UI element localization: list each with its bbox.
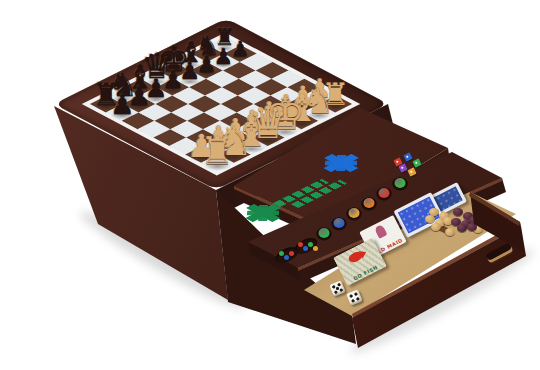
piece-shadow bbox=[181, 62, 200, 68]
product-photo-wooden-game-box: OLD MAID GO FISH ♜♞♝♛♚♝♞♜♟♟♟♟♟♟♟♟♟♟♟♟♟♟♟… bbox=[0, 0, 540, 370]
piece-shadow bbox=[112, 95, 134, 102]
game-token bbox=[364, 198, 375, 208]
old-maid-figure bbox=[374, 224, 387, 239]
small-game-piece bbox=[313, 246, 318, 251]
piece-shadow bbox=[231, 54, 249, 60]
piece-shadow bbox=[204, 161, 232, 170]
piece-shadow bbox=[147, 79, 167, 85]
piece-shadow bbox=[257, 120, 281, 128]
piece-shadow bbox=[240, 128, 265, 136]
piece-shadow bbox=[205, 145, 231, 153]
piece-shadow bbox=[214, 62, 233, 68]
game-token bbox=[334, 218, 345, 228]
piece-shadow bbox=[307, 112, 330, 119]
small-game-piece bbox=[303, 246, 308, 251]
piece-shadow bbox=[130, 87, 151, 94]
piece-shadow bbox=[290, 120, 314, 128]
piece-shadow bbox=[145, 95, 167, 102]
piece-shadow bbox=[223, 137, 249, 145]
piece-shadow bbox=[199, 54, 217, 60]
small-game-piece bbox=[279, 251, 284, 256]
piece-shadow bbox=[197, 70, 217, 76]
piece-shadow bbox=[238, 145, 264, 153]
piece-shadow bbox=[216, 45, 233, 50]
small-game-piece bbox=[308, 242, 313, 247]
piece-shadow bbox=[180, 79, 200, 85]
piece-shadow bbox=[164, 70, 184, 76]
piece-shadow bbox=[273, 128, 298, 136]
small-game-piece bbox=[289, 251, 294, 256]
piece-shadow bbox=[95, 103, 118, 110]
checker-light bbox=[425, 215, 435, 223]
game-token bbox=[379, 188, 390, 198]
piece-shadow bbox=[128, 103, 151, 110]
piece-shadow bbox=[309, 95, 331, 102]
game-token bbox=[319, 228, 330, 238]
piece-shadow bbox=[162, 87, 183, 94]
piece-shadow bbox=[274, 112, 297, 119]
piece-shadow bbox=[292, 103, 315, 110]
piece-shadow bbox=[111, 112, 134, 119]
small-game-piece bbox=[298, 242, 303, 247]
checker-dark bbox=[457, 224, 467, 232]
game-token bbox=[349, 208, 360, 218]
checker-light bbox=[445, 228, 455, 236]
checker-light bbox=[431, 223, 441, 231]
game-token bbox=[395, 178, 406, 188]
small-game-piece bbox=[284, 255, 289, 260]
piece-shadow bbox=[255, 137, 281, 145]
checker-dark bbox=[453, 208, 463, 216]
piece-shadow bbox=[324, 103, 347, 110]
